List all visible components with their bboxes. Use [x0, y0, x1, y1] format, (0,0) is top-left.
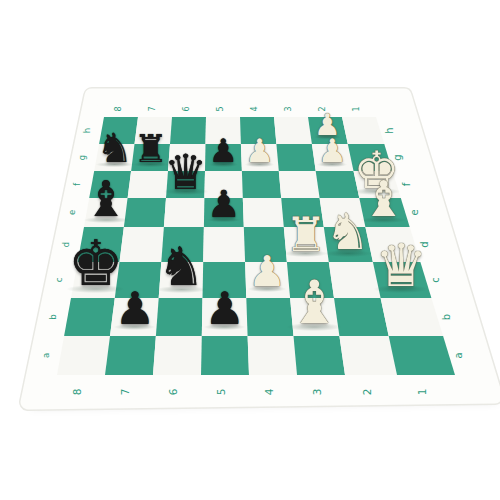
square-c4	[245, 262, 290, 298]
rank-label-bottom-8: 8	[71, 389, 83, 396]
square-e5	[204, 198, 244, 227]
square-a3	[294, 336, 346, 375]
square-e3	[281, 198, 324, 227]
file-label-right-d: d	[419, 241, 430, 247]
square-b7	[110, 298, 159, 336]
square-h2	[308, 117, 348, 144]
chess-mat: 8877665544332211aabbccddeeffgghh	[0, 0, 500, 500]
square-c7	[115, 262, 162, 298]
square-g5	[205, 144, 242, 171]
rank-label-top-4: 4	[250, 106, 259, 111]
square-e4	[243, 198, 284, 227]
square-e6	[164, 198, 205, 227]
square-a6	[153, 336, 202, 375]
square-f3	[279, 171, 320, 198]
file-label-left-g: g	[77, 155, 87, 160]
file-label-left-b: b	[48, 314, 58, 319]
square-h8	[99, 117, 138, 144]
rank-label-bottom-3: 3	[311, 389, 323, 396]
rank-label-top-5: 5	[216, 106, 225, 111]
square-f2	[316, 171, 360, 198]
square-g3	[276, 144, 315, 171]
square-d4	[244, 227, 287, 262]
rank-label-bottom-6: 6	[167, 388, 179, 395]
square-h3	[274, 117, 312, 144]
square-b5	[202, 298, 248, 336]
square-b4	[246, 298, 293, 336]
square-f7	[128, 171, 168, 198]
file-label-left-h: h	[82, 128, 92, 133]
square-d8	[78, 227, 124, 262]
square-g6	[168, 144, 206, 171]
square-e7	[124, 198, 166, 227]
rank-label-top-3: 3	[284, 106, 293, 111]
file-label-right-g: g	[392, 154, 403, 160]
square-h6	[170, 117, 206, 144]
square-f8	[89, 171, 131, 198]
rank-label-bottom-7: 7	[119, 389, 131, 396]
square-c5	[203, 262, 247, 298]
rank-label-bottom-1: 1	[416, 389, 428, 396]
square-c3	[287, 262, 334, 298]
file-label-left-c: c	[54, 277, 64, 282]
square-b2	[334, 298, 389, 336]
square-d5	[203, 227, 245, 262]
rank-label-bottom-4: 4	[263, 388, 275, 395]
file-label-left-d: d	[61, 242, 71, 247]
square-a2	[339, 336, 397, 375]
rank-label-top-6: 6	[182, 106, 191, 111]
square-b8	[64, 298, 115, 336]
file-label-right-f: f	[401, 182, 412, 186]
square-g8	[94, 144, 134, 171]
file-label-left-e: e	[67, 210, 77, 215]
square-f5	[204, 171, 242, 198]
square-h4	[240, 117, 276, 144]
square-d3	[284, 227, 329, 262]
square-h5	[206, 117, 241, 144]
square-g2	[312, 144, 354, 171]
square-c8	[71, 262, 120, 298]
square-g7	[131, 144, 170, 171]
rank-label-top-1: 1	[352, 106, 361, 111]
square-e8	[84, 198, 128, 227]
square-f1	[354, 171, 401, 198]
square-c6	[159, 262, 204, 298]
square-h7	[135, 117, 173, 144]
square-a7	[105, 336, 156, 375]
file-label-right-b: b	[441, 314, 452, 320]
rank-label-top-2: 2	[318, 106, 327, 111]
square-e2	[320, 198, 366, 227]
rank-label-bottom-2: 2	[361, 389, 373, 396]
file-label-left-a: a	[41, 353, 51, 358]
file-label-right-c: c	[430, 277, 441, 283]
square-b6	[156, 298, 203, 336]
square-f6	[166, 171, 205, 198]
rank-label-top-8: 8	[114, 106, 123, 111]
square-c2	[329, 262, 381, 298]
product-photo: 8877665544332211aabbccddeeffgghh ♟♞♜♟♟♟♛…	[0, 0, 500, 500]
square-d2	[324, 227, 373, 262]
file-label-right-h: h	[384, 127, 395, 133]
square-a5	[201, 336, 249, 375]
file-label-right-e: e	[409, 209, 420, 215]
square-f4	[242, 171, 281, 198]
rank-label-bottom-5: 5	[215, 389, 227, 396]
square-a8	[57, 336, 110, 375]
file-label-right-a: a	[453, 352, 464, 358]
square-d7	[120, 227, 164, 262]
square-a4	[248, 336, 297, 375]
square-g4	[241, 144, 279, 171]
square-d6	[161, 227, 204, 262]
rank-label-top-7: 7	[148, 106, 157, 111]
square-b3	[290, 298, 339, 336]
